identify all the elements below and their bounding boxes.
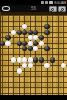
bottom-bar — [0, 95, 67, 100]
black-stone — [5, 35, 10, 40]
white-stone — [28, 41, 33, 46]
black-stone — [33, 30, 38, 35]
white-stone — [61, 63, 66, 68]
grid-line-horizontal — [1, 21, 67, 22]
grid-line-horizontal — [1, 87, 67, 88]
status-clock: 8:00 AM — [54, 1, 66, 5]
white-stone — [22, 57, 27, 62]
black-stone — [44, 46, 49, 51]
grid-line-horizontal — [1, 71, 67, 72]
white-stone — [28, 57, 33, 62]
grid-line-horizontal — [1, 82, 67, 83]
black-stone — [17, 41, 22, 46]
white-stone — [5, 41, 10, 46]
black-stone — [39, 57, 44, 62]
black-stone — [0, 41, 5, 46]
white-stone — [17, 57, 22, 62]
black-stone — [22, 46, 27, 51]
black-stone — [28, 46, 33, 51]
grid-line-horizontal — [1, 93, 67, 94]
black-stone — [50, 57, 55, 62]
zoom-in-button[interactable] — [58, 6, 66, 12]
white-stone — [33, 35, 38, 40]
grid-line-horizontal — [1, 26, 67, 27]
black-stone — [33, 57, 38, 62]
battery-icon — [49, 1, 53, 4]
grid-line-horizontal — [1, 65, 67, 66]
white-stone — [44, 63, 49, 68]
white-stone — [22, 63, 27, 68]
white-stone — [28, 35, 33, 40]
signal-icon — [45, 1, 48, 4]
black-stone — [33, 41, 38, 46]
black-stone — [22, 30, 27, 35]
black-stone — [44, 24, 49, 29]
black-stone — [39, 35, 44, 40]
white-stone — [11, 30, 16, 35]
white-stone — [33, 46, 38, 51]
black-stone — [44, 30, 49, 35]
network-icon — [41, 1, 44, 4]
black-stone — [22, 41, 27, 46]
black-stone — [17, 30, 22, 35]
white-stone — [17, 68, 22, 73]
grid-line-horizontal — [1, 54, 67, 55]
white-stone — [11, 57, 16, 62]
white-stone — [39, 41, 44, 46]
white-stone — [28, 63, 33, 68]
zoom-out-button[interactable] — [49, 6, 57, 12]
move-counter: 56 — [0, 6, 67, 11]
black-stone — [28, 30, 33, 35]
goban[interactable] — [0, 12, 67, 95]
white-stone — [22, 24, 27, 29]
grid-line-horizontal — [1, 15, 67, 16]
grid-line-horizontal — [1, 76, 67, 77]
